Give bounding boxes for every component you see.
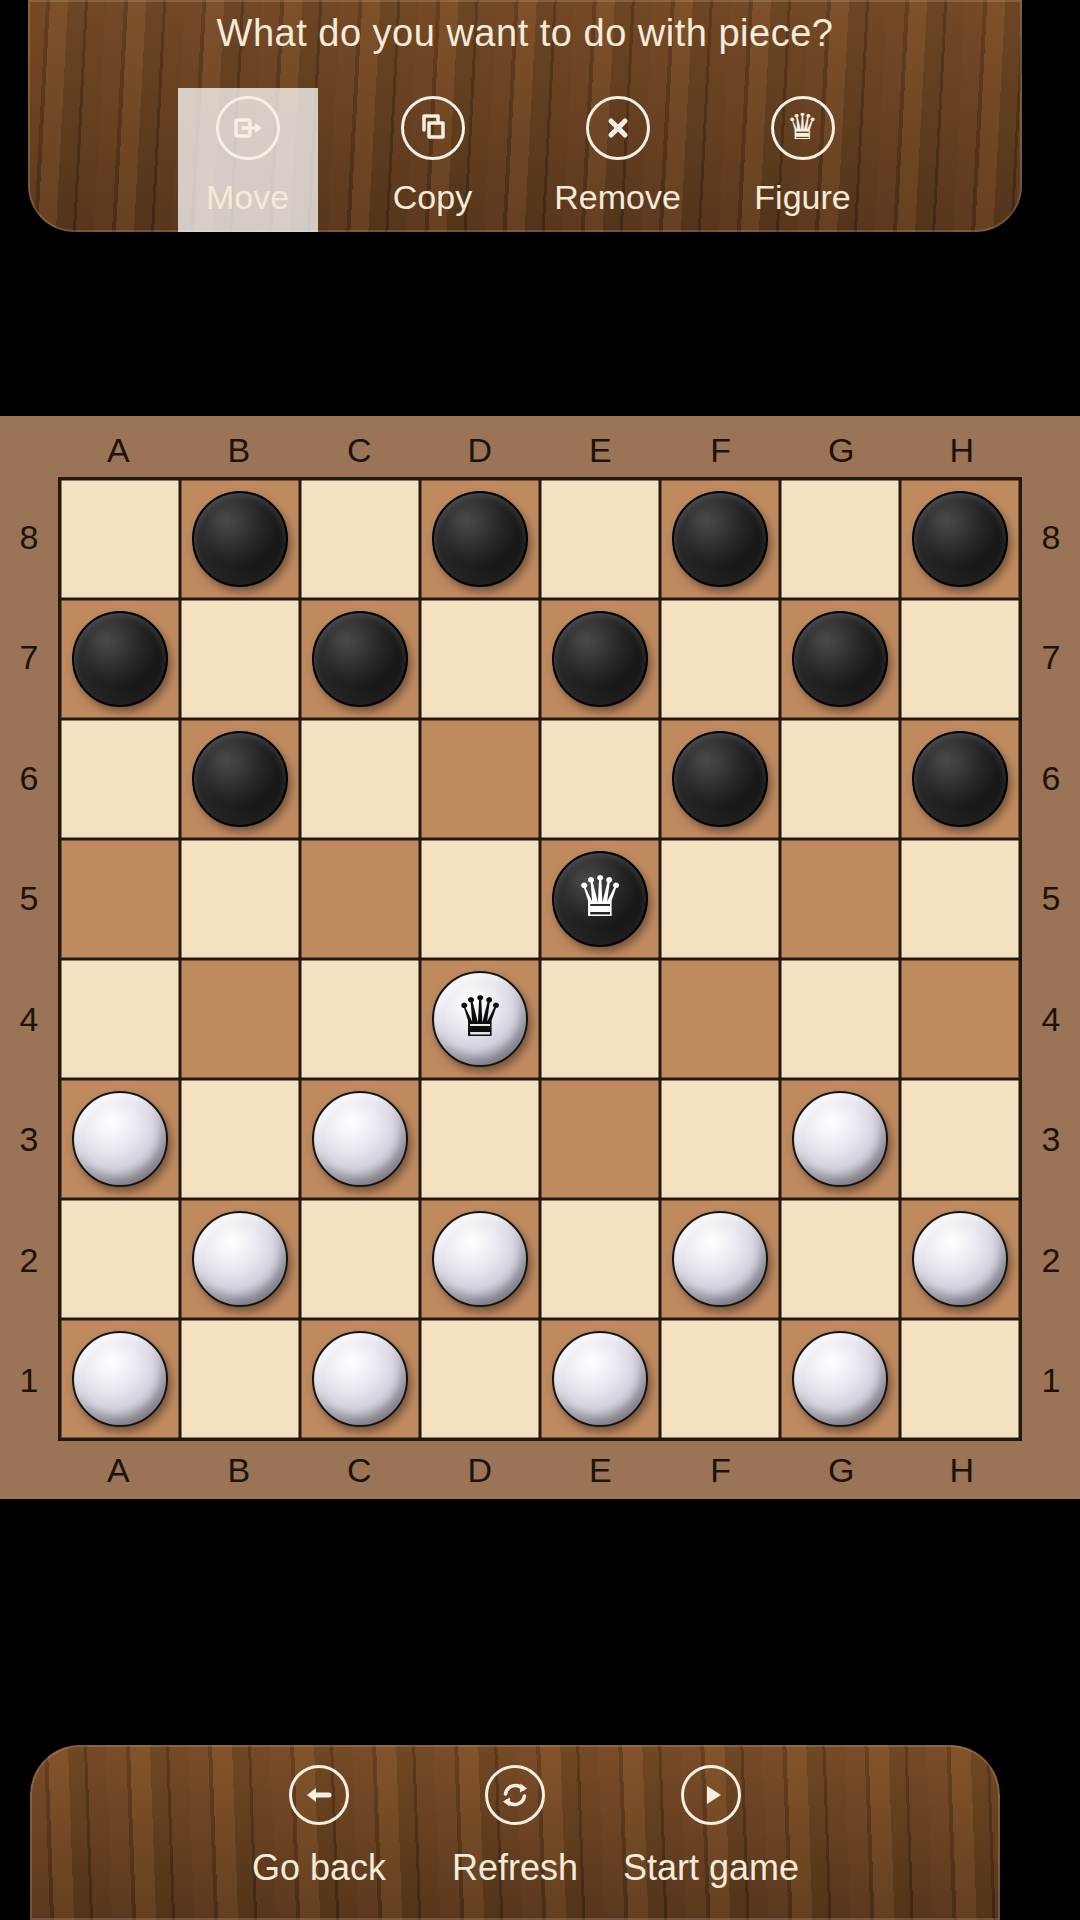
square-h4[interactable] <box>900 959 1020 1079</box>
piece-black-man-e7[interactable] <box>552 611 648 707</box>
square-c1[interactable] <box>300 1319 420 1439</box>
square-c2[interactable] <box>300 1199 420 1319</box>
file-label-bottom-d: D <box>420 1441 541 1499</box>
file-labels-top: ABCDEFGH <box>58 416 1022 481</box>
rank-label-right-5: 5 <box>1042 879 1061 918</box>
dialog-buttons: Move Copy Remove ♛ <box>28 88 1022 232</box>
start-game-button-label: Start game <box>623 1847 799 1889</box>
rank-label-right-3: 3 <box>1042 1120 1061 1159</box>
refresh-button[interactable]: Refresh <box>440 1765 590 1889</box>
piece-white-man-a3[interactable] <box>72 1091 168 1187</box>
file-label-bottom-h: H <box>902 1441 1023 1499</box>
piece-black-man-b6[interactable] <box>192 731 288 827</box>
king-crown-icon: ♛ <box>455 989 505 1045</box>
piece-white-man-g1[interactable] <box>792 1331 888 1427</box>
square-a3[interactable] <box>60 1079 180 1199</box>
square-d8[interactable] <box>420 479 540 599</box>
square-g5[interactable] <box>780 839 900 959</box>
square-e2[interactable] <box>540 1199 660 1319</box>
go-back-icon <box>289 1765 349 1825</box>
square-b2[interactable] <box>180 1199 300 1319</box>
dialog-title: What do you want to do with piece? <box>28 12 1022 55</box>
piece-white-man-a1[interactable] <box>72 1331 168 1427</box>
square-e7[interactable] <box>540 599 660 719</box>
remove-button[interactable]: Remove <box>548 88 688 232</box>
square-a1[interactable] <box>60 1319 180 1439</box>
rank-label-left-6: 6 <box>20 759 39 798</box>
piece-black-man-a7[interactable] <box>72 611 168 707</box>
square-a6[interactable] <box>60 719 180 839</box>
square-c8[interactable] <box>300 479 420 599</box>
rank-label-left-2: 2 <box>20 1241 39 1280</box>
file-label-bottom-a: A <box>58 1441 179 1499</box>
piece-white-man-c3[interactable] <box>312 1091 408 1187</box>
square-g3[interactable] <box>780 1079 900 1199</box>
square-h2[interactable] <box>900 1199 1020 1319</box>
go-back-button-label: Go back <box>252 1847 386 1889</box>
piece-white-man-f2[interactable] <box>672 1211 768 1307</box>
figure-button[interactable]: ♛ Figure <box>733 88 873 232</box>
square-h7[interactable] <box>900 599 1020 719</box>
square-e1[interactable] <box>540 1319 660 1439</box>
square-e5[interactable]: ♛ <box>540 839 660 959</box>
square-c7[interactable] <box>300 599 420 719</box>
rank-labels-right: 87654321 <box>1022 477 1080 1441</box>
square-d5[interactable] <box>420 839 540 959</box>
square-d7[interactable] <box>420 599 540 719</box>
figure-button-label: Figure <box>754 178 850 217</box>
square-d2[interactable] <box>420 1199 540 1319</box>
square-e3[interactable] <box>540 1079 660 1199</box>
move-button-label: Move <box>206 178 289 217</box>
rank-label-left-1: 1 <box>20 1361 39 1400</box>
piece-white-man-g3[interactable] <box>792 1091 888 1187</box>
piece-black-man-d8[interactable] <box>432 491 528 587</box>
piece-white-king-d4[interactable]: ♛ <box>432 971 528 1067</box>
square-b1[interactable] <box>180 1319 300 1439</box>
king-crown-icon: ♛ <box>575 869 625 925</box>
rank-label-left-8: 8 <box>20 518 39 557</box>
rank-label-left-4: 4 <box>20 1000 39 1039</box>
figure-icon: ♛ <box>771 96 835 160</box>
square-f7[interactable] <box>660 599 780 719</box>
copy-icon <box>401 96 465 160</box>
square-g4[interactable] <box>780 959 900 1079</box>
remove-button-label: Remove <box>554 178 681 217</box>
square-f8[interactable] <box>660 479 780 599</box>
square-c6[interactable] <box>300 719 420 839</box>
square-b7[interactable] <box>180 599 300 719</box>
copy-button-label: Copy <box>393 178 472 217</box>
file-label-top-g: G <box>781 420 902 481</box>
square-d6[interactable] <box>420 719 540 839</box>
rank-label-right-2: 2 <box>1042 1241 1061 1280</box>
square-f1[interactable] <box>660 1319 780 1439</box>
bottom-bar: Go back Refresh Start game <box>30 1745 1000 1920</box>
file-label-bottom-b: B <box>179 1441 300 1499</box>
remove-icon <box>586 96 650 160</box>
square-f4[interactable] <box>660 959 780 1079</box>
square-e8[interactable] <box>540 479 660 599</box>
piece-black-man-c7[interactable] <box>312 611 408 707</box>
piece-black-man-h8[interactable] <box>912 491 1008 587</box>
square-h3[interactable] <box>900 1079 1020 1199</box>
square-c5[interactable] <box>300 839 420 959</box>
start-game-icon <box>681 1765 741 1825</box>
file-label-top-h: H <box>902 420 1023 481</box>
file-label-bottom-c: C <box>299 1441 420 1499</box>
piece-white-man-b2[interactable] <box>192 1211 288 1307</box>
square-b4[interactable] <box>180 959 300 1079</box>
footer-buttons: Go back Refresh Start game <box>30 1765 1000 1889</box>
piece-black-man-h6[interactable] <box>912 731 1008 827</box>
square-d1[interactable] <box>420 1319 540 1439</box>
rank-label-right-6: 6 <box>1042 759 1061 798</box>
action-dialog: What do you want to do with piece? Move … <box>28 0 1022 232</box>
square-c4[interactable] <box>300 959 420 1079</box>
square-g1[interactable] <box>780 1319 900 1439</box>
file-label-top-f: F <box>661 420 782 481</box>
rank-label-right-4: 4 <box>1042 1000 1061 1039</box>
board: ♛♛ <box>58 477 1022 1441</box>
file-label-bottom-e: E <box>540 1441 661 1499</box>
file-label-top-a: A <box>58 420 179 481</box>
square-g2[interactable] <box>780 1199 900 1319</box>
square-b8[interactable] <box>180 479 300 599</box>
file-label-bottom-g: G <box>781 1441 902 1499</box>
piece-white-man-e1[interactable] <box>552 1331 648 1427</box>
file-labels-bottom: ABCDEFGH <box>58 1441 1022 1499</box>
start-game-button[interactable]: Start game <box>636 1765 786 1889</box>
square-f3[interactable] <box>660 1079 780 1199</box>
square-h8[interactable] <box>900 479 1020 599</box>
piece-black-man-b8[interactable] <box>192 491 288 587</box>
piece-white-man-c1[interactable] <box>312 1331 408 1427</box>
square-h5[interactable] <box>900 839 1020 959</box>
square-a4[interactable] <box>60 959 180 1079</box>
square-a8[interactable] <box>60 479 180 599</box>
square-c3[interactable] <box>300 1079 420 1199</box>
square-h1[interactable] <box>900 1319 1020 1439</box>
rank-label-right-1: 1 <box>1042 1361 1061 1400</box>
piece-white-man-d2[interactable] <box>432 1211 528 1307</box>
rank-label-left-7: 7 <box>20 638 39 677</box>
rank-labels-left: 87654321 <box>0 477 58 1441</box>
square-f2[interactable] <box>660 1199 780 1319</box>
square-b3[interactable] <box>180 1079 300 1199</box>
file-label-top-e: E <box>540 420 661 481</box>
move-button[interactable]: Move <box>178 88 318 232</box>
piece-black-man-g7[interactable] <box>792 611 888 707</box>
square-g7[interactable] <box>780 599 900 719</box>
square-a7[interactable] <box>60 599 180 719</box>
file-label-top-c: C <box>299 420 420 481</box>
refresh-button-label: Refresh <box>452 1847 578 1889</box>
square-h6[interactable] <box>900 719 1020 839</box>
file-label-top-d: D <box>420 420 541 481</box>
piece-white-man-h2[interactable] <box>912 1211 1008 1307</box>
square-g6[interactable] <box>780 719 900 839</box>
square-g8[interactable] <box>780 479 900 599</box>
piece-black-man-f6[interactable] <box>672 731 768 827</box>
square-a5[interactable] <box>60 839 180 959</box>
piece-black-man-f8[interactable] <box>672 491 768 587</box>
file-label-bottom-f: F <box>661 1441 782 1499</box>
board-frame: ABCDEFGH ABCDEFGH 87654321 87654321 ♛♛ <box>0 416 1080 1499</box>
rank-label-left-3: 3 <box>20 1120 39 1159</box>
square-e6[interactable] <box>540 719 660 839</box>
square-d4[interactable]: ♛ <box>420 959 540 1079</box>
file-label-top-b: B <box>179 420 300 481</box>
square-a2[interactable] <box>60 1199 180 1319</box>
square-f6[interactable] <box>660 719 780 839</box>
rank-label-right-8: 8 <box>1042 518 1061 557</box>
piece-black-king-e5[interactable]: ♛ <box>552 851 648 947</box>
square-d3[interactable] <box>420 1079 540 1199</box>
square-b6[interactable] <box>180 719 300 839</box>
copy-button[interactable]: Copy <box>363 88 503 232</box>
square-e4[interactable] <box>540 959 660 1079</box>
move-icon <box>216 96 280 160</box>
refresh-icon <box>485 1765 545 1825</box>
go-back-button[interactable]: Go back <box>244 1765 394 1889</box>
rank-label-left-5: 5 <box>20 879 39 918</box>
square-f5[interactable] <box>660 839 780 959</box>
square-b5[interactable] <box>180 839 300 959</box>
rank-label-right-7: 7 <box>1042 638 1061 677</box>
